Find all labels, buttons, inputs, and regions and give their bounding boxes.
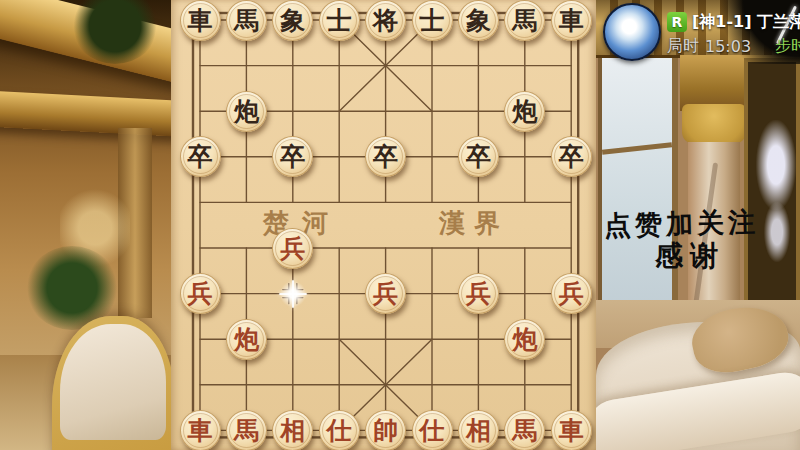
piece-black-炮[interactable]: 炮 [504, 91, 545, 132]
piece-red-兵[interactable]: 兵 [180, 273, 221, 314]
piece-red-兵[interactable]: 兵 [365, 273, 406, 314]
chandelier-crystals [756, 120, 796, 210]
left-background-photo [0, 0, 171, 450]
move-time-label: 步时 [775, 36, 800, 57]
column-capital [682, 104, 746, 144]
player-avatar[interactable] [603, 3, 661, 61]
piece-red-兵[interactable]: 兵 [458, 273, 499, 314]
piece-red-相[interactable]: 相 [458, 410, 499, 450]
piece-red-馬[interactable]: 馬 [226, 410, 267, 450]
piece-red-兵[interactable]: 兵 [551, 273, 592, 314]
piece-red-仕[interactable]: 仕 [412, 410, 453, 450]
player-name-row: R [神1-1] 丁兰萍 [667, 11, 800, 33]
white-couch [596, 322, 800, 450]
game-time-value: 15:03 [705, 37, 751, 56]
player-text-block: R [神1-1] 丁兰萍 局时 15:03 步时 [667, 3, 800, 57]
piece-red-車[interactable]: 車 [551, 410, 592, 450]
piece-black-象[interactable]: 象 [458, 0, 499, 41]
piece-black-卒[interactable]: 卒 [551, 136, 592, 177]
promo-text-thanks: 感谢 [655, 237, 725, 275]
board-grid-lines [171, 0, 596, 450]
piece-black-士[interactable]: 士 [412, 0, 453, 41]
gilt-mirror [744, 58, 800, 320]
piece-red-炮[interactable]: 炮 [226, 319, 267, 360]
window-frame-bar [602, 142, 672, 154]
piece-black-士[interactable]: 士 [319, 0, 360, 41]
gilded-armchair [52, 316, 171, 450]
screen: 楚河 漢界 車馬象士将士象馬車炮炮卒卒卒卒卒兵兵兵兵兵炮炮車馬相仕帥仕相馬車 [0, 0, 800, 450]
piece-red-仕[interactable]: 仕 [319, 410, 360, 450]
piece-black-将[interactable]: 将 [365, 0, 406, 41]
piece-red-兵[interactable]: 兵 [272, 228, 313, 269]
piece-red-馬[interactable]: 馬 [504, 410, 545, 450]
piece-black-車[interactable]: 車 [551, 0, 592, 41]
window-sky [598, 58, 678, 326]
piece-black-卒[interactable]: 卒 [458, 136, 499, 177]
couch-arm-roll [596, 368, 800, 450]
piece-red-帥[interactable]: 帥 [365, 410, 406, 450]
player-info-bar: R [神1-1] 丁兰萍 局时 15:03 步时 [603, 3, 800, 61]
player-name: [神1-1] 丁兰萍 [692, 12, 800, 33]
rank-badge-icon: R [667, 12, 687, 32]
piece-black-卒[interactable]: 卒 [180, 136, 221, 177]
piece-red-車[interactable]: 車 [180, 410, 221, 450]
piece-black-炮[interactable]: 炮 [226, 91, 267, 132]
piece-red-相[interactable]: 相 [272, 410, 313, 450]
chandelier-crystals-lower [764, 202, 790, 262]
armchair-cushion [60, 324, 166, 440]
piece-red-炮[interactable]: 炮 [504, 319, 545, 360]
xiangqi-board[interactable]: 楚河 漢界 車馬象士将士象馬車炮炮卒卒卒卒卒兵兵兵兵兵炮炮車馬相仕帥仕相馬車 [171, 0, 596, 450]
piece-black-馬[interactable]: 馬 [504, 0, 545, 41]
piece-black-馬[interactable]: 馬 [226, 0, 267, 41]
player-times-row: 局时 15:03 步时 [667, 36, 800, 57]
piece-black-車[interactable]: 車 [180, 0, 221, 41]
river-label-han-jie: 漢界 [439, 206, 509, 241]
game-time-label: 局时 [667, 36, 699, 57]
piece-black-象[interactable]: 象 [272, 0, 313, 41]
